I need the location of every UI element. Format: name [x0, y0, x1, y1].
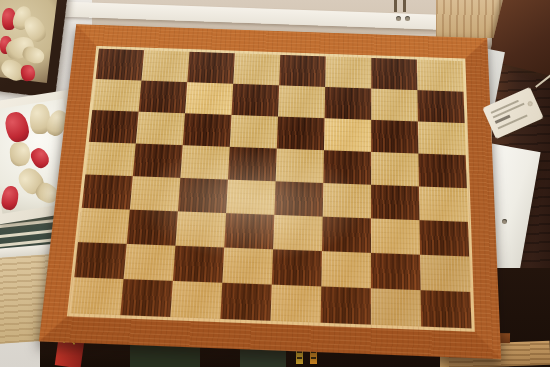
- square-a4: [82, 174, 133, 209]
- square-h1: [421, 290, 472, 328]
- square-d8: [233, 53, 280, 85]
- square-h8: [417, 60, 464, 92]
- square-b1: [120, 279, 173, 317]
- square-b8: [141, 50, 189, 82]
- square-d5: [228, 147, 277, 181]
- square-c3: [175, 211, 226, 247]
- square-d6: [230, 115, 278, 149]
- screw-icon: [502, 219, 508, 225]
- square-c6: [183, 113, 232, 147]
- square-h4: [419, 186, 468, 221]
- square-c1: [170, 281, 222, 319]
- square-g8: [371, 58, 417, 90]
- square-b7: [139, 81, 188, 114]
- square-h5: [418, 154, 466, 189]
- square-a7: [92, 79, 141, 112]
- square-a1: [70, 277, 123, 315]
- square-e5: [276, 149, 324, 183]
- square-f7: [325, 87, 372, 120]
- square-e6: [277, 117, 325, 151]
- square-h2: [420, 255, 470, 292]
- square-f1: [321, 286, 371, 324]
- square-e8: [279, 55, 326, 87]
- square-d4: [226, 180, 275, 215]
- square-e3: [273, 215, 323, 251]
- square-a3: [78, 208, 130, 244]
- square-f3: [322, 217, 371, 253]
- square-g2: [371, 253, 421, 290]
- square-g1: [371, 288, 421, 326]
- square-g6: [371, 120, 418, 154]
- screw-icon: [405, 16, 410, 21]
- square-c5: [180, 145, 229, 179]
- square-d1: [220, 283, 271, 321]
- square-e7: [278, 85, 325, 118]
- square-h3: [419, 220, 469, 256]
- chessboard: [39, 24, 501, 359]
- square-b6: [136, 112, 185, 146]
- square-g5: [371, 152, 419, 187]
- square-c8: [187, 52, 235, 84]
- square-e4: [274, 181, 323, 216]
- square-b5: [133, 144, 183, 178]
- square-d3: [224, 213, 274, 249]
- square-e1: [270, 285, 321, 323]
- auction-photo-scene: [0, 0, 550, 367]
- square-g4: [371, 185, 419, 220]
- square-d2: [222, 248, 273, 285]
- tag-hole: [527, 100, 534, 107]
- square-e2: [272, 249, 322, 286]
- square-f8: [325, 56, 371, 88]
- square-c2: [173, 246, 224, 283]
- square-h6: [418, 121, 466, 155]
- screw-icon: [396, 16, 401, 21]
- square-f4: [323, 183, 371, 218]
- square-c4: [178, 178, 228, 213]
- square-b3: [127, 210, 178, 246]
- square-a8: [96, 49, 145, 81]
- square-b4: [130, 176, 181, 211]
- square-g3: [371, 218, 420, 254]
- square-f2: [321, 251, 371, 288]
- chessboard-squares: [70, 49, 471, 329]
- square-g7: [371, 89, 418, 122]
- square-f6: [324, 118, 371, 152]
- square-b2: [124, 244, 176, 281]
- square-a6: [89, 110, 139, 143]
- square-d7: [231, 84, 279, 117]
- square-a2: [74, 242, 126, 279]
- square-a5: [85, 142, 135, 176]
- square-c7: [185, 82, 233, 115]
- square-f5: [323, 150, 371, 185]
- wall-slot-lines: [394, 0, 410, 12]
- square-h7: [417, 90, 464, 123]
- chessboard-frame: [39, 24, 501, 359]
